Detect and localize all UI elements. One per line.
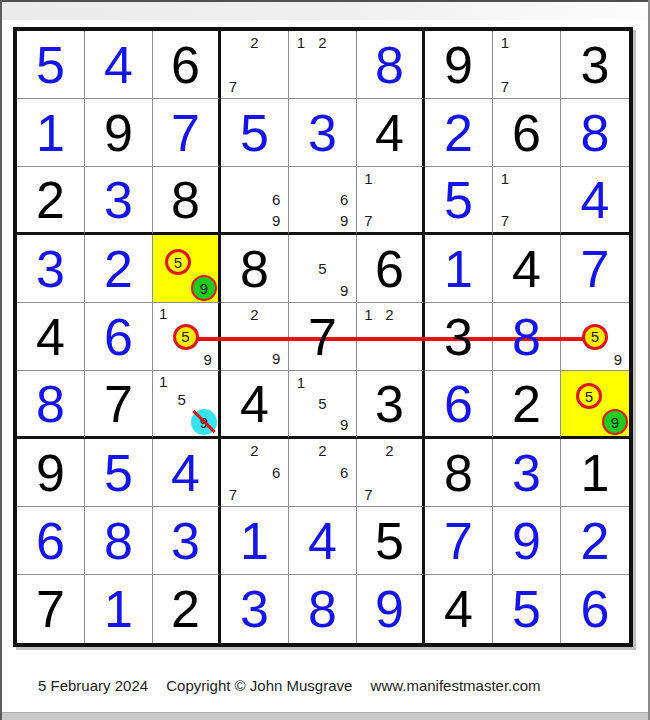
sudoku-cell-r2c8[interactable]: 6 — [493, 99, 561, 167]
sudoku-cell-r8c4[interactable]: 1 — [221, 507, 289, 575]
sudoku-cell-r8c9[interactable]: 2 — [561, 507, 629, 575]
sudoku-grid: 5462712891731975342682386969175174325985… — [13, 27, 633, 647]
sudoku-cell-r7c9[interactable]: 1 — [561, 439, 629, 507]
given-digit: 3 — [581, 33, 610, 97]
candidate-digit: 2 — [250, 307, 258, 322]
sudoku-cell-r9c6[interactable]: 9 — [357, 575, 425, 643]
candidate-digit: 7 — [501, 213, 509, 228]
pencil-marks: 159 — [154, 372, 217, 435]
given-digit: 4 — [375, 101, 404, 165]
sudoku-cell-r5c2[interactable]: 6 — [85, 303, 153, 371]
solved-digit: 5 — [36, 33, 65, 97]
solved-digit: 3 — [36, 237, 65, 301]
candidate-digit: 7 — [229, 487, 237, 502]
sudoku-cell-r2c4[interactable]: 5 — [221, 99, 289, 167]
sudoku-cell-r6c4[interactable]: 4 — [221, 371, 289, 439]
pencil-marks: 159 — [290, 372, 355, 435]
footer-copyright: Copyright © John Musgrave — [166, 677, 352, 694]
solved-digit: 3 — [171, 509, 200, 573]
window-top-bar — [2, 0, 648, 20]
sudoku-cell-r1c1[interactable]: 5 — [17, 31, 85, 99]
solved-digit: 5 — [512, 577, 541, 641]
solved-digit: 8 — [512, 305, 541, 369]
sudoku-cell-r7c5[interactable]: 26 — [289, 439, 357, 507]
sudoku-cell-r1c5[interactable]: 12 — [289, 31, 357, 99]
solved-digit: 4 — [171, 441, 200, 505]
sudoku-cell-r4c5[interactable]: 59 — [289, 235, 357, 303]
page: 5462712891731975342682386969175174325985… — [0, 0, 650, 720]
sudoku-cell-r8c3[interactable]: 3 — [153, 507, 221, 575]
sudoku-cell-r7c2[interactable]: 5 — [85, 439, 153, 507]
sudoku-cell-r6c1[interactable]: 8 — [17, 371, 85, 439]
solved-digit: 9 — [512, 509, 541, 573]
solved-digit: 2 — [104, 237, 133, 301]
candidate-digit: 2 — [250, 35, 258, 50]
sudoku-cell-r7c4[interactable]: 267 — [221, 439, 289, 507]
sudoku-cell-r9c3[interactable]: 2 — [153, 575, 221, 643]
green-circle-mark: 9 — [602, 409, 628, 435]
pencil-marks: 59 — [154, 236, 217, 301]
given-digit: 6 — [375, 237, 404, 301]
footer-date: 5 February 2024 — [38, 677, 148, 694]
solved-digit: 3 — [240, 577, 269, 641]
solved-digit: 7 — [444, 509, 473, 573]
candidate-digit: 9 — [340, 283, 348, 298]
given-digit: 9 — [36, 441, 65, 505]
green-circle-mark: 9 — [191, 275, 217, 301]
candidate-digit: 9 — [272, 213, 280, 228]
sudoku-cell-r2c1[interactable]: 1 — [17, 99, 85, 167]
cyan-strike-mark: 9 — [191, 409, 217, 435]
pencil-marks: 267 — [222, 440, 287, 505]
sudoku-cell-r6c8[interactable]: 2 — [493, 371, 561, 439]
pencil-marks: 17 — [494, 32, 559, 97]
candidate-digit: 5 — [318, 261, 326, 276]
sudoku-cell-r9c8[interactable]: 5 — [493, 575, 561, 643]
sudoku-cell-r9c1[interactable]: 7 — [17, 575, 85, 643]
given-digit: 1 — [581, 441, 610, 505]
sudoku-cell-r3c7[interactable]: 5 — [425, 167, 493, 235]
solved-digit: 1 — [240, 509, 269, 573]
given-digit: 9 — [104, 101, 133, 165]
footer: 5 February 2024 Copyright © John Musgrav… — [38, 677, 555, 694]
candidate-digit: 9 — [340, 213, 348, 228]
sudoku-cell-r8c2[interactable]: 8 — [85, 507, 153, 575]
sudoku-cell-r8c7[interactable]: 7 — [425, 507, 493, 575]
pencil-marks: 27 — [358, 440, 421, 505]
candidate-digit: 6 — [340, 192, 348, 207]
solved-digit: 5 — [240, 101, 269, 165]
sudoku-cell-r5c1[interactable]: 4 — [17, 303, 85, 371]
candidate-digit: 1 — [364, 307, 372, 322]
sudoku-cell-r3c1[interactable]: 2 — [17, 167, 85, 235]
sudoku-cell-r4c8[interactable]: 4 — [493, 235, 561, 303]
pencil-marks: 26 — [290, 440, 355, 505]
sudoku-cell-r7c7[interactable]: 8 — [425, 439, 493, 507]
sudoku-cell-r2c3[interactable]: 7 — [153, 99, 221, 167]
solved-digit: 9 — [375, 577, 404, 641]
solved-digit: 6 — [104, 305, 133, 369]
red-circle-mark: 5 — [165, 249, 191, 275]
sudoku-cell-r1c9[interactable]: 3 — [561, 31, 629, 99]
candidate-digit: 1 — [297, 35, 305, 50]
candidate-digit: 7 — [229, 79, 237, 94]
sudoku-cell-r4c1[interactable]: 3 — [17, 235, 85, 303]
sudoku-cell-r6c2[interactable]: 7 — [85, 371, 153, 439]
sudoku-cell-r3c9[interactable]: 4 — [561, 167, 629, 235]
sudoku-cell-r1c3[interactable]: 6 — [153, 31, 221, 99]
candidate-digit: 1 — [159, 306, 167, 321]
sudoku-cell-r4c6[interactable]: 6 — [357, 235, 425, 303]
sudoku-cell-r8c5[interactable]: 4 — [289, 507, 357, 575]
pencil-marks: 17 — [358, 168, 421, 231]
sudoku-cell-r1c8[interactable]: 17 — [493, 31, 561, 99]
sudoku-cell-r4c4[interactable]: 8 — [221, 235, 289, 303]
solved-digit: 7 — [171, 101, 200, 165]
solved-digit: 6 — [581, 577, 610, 641]
sudoku-cell-r6c6[interactable]: 3 — [357, 371, 425, 439]
solved-digit: 2 — [444, 101, 473, 165]
sudoku-cell-r4c3[interactable]: 59 — [153, 235, 221, 303]
given-digit: 7 — [308, 305, 337, 369]
sudoku-cell-r8c1[interactable]: 6 — [17, 507, 85, 575]
candidate-digit: 9 — [272, 351, 280, 366]
given-digit: 4 — [240, 372, 269, 436]
sudoku-cell-r6c5[interactable]: 159 — [289, 371, 357, 439]
given-digit: 4 — [36, 305, 65, 369]
solved-digit: 8 — [308, 577, 337, 641]
sudoku-cell-r4c9[interactable]: 7 — [561, 235, 629, 303]
red-circle-yellow-mark: 5 — [173, 324, 199, 350]
sudoku-cell-r8c8[interactable]: 9 — [493, 507, 561, 575]
pencil-marks: 59 — [290, 236, 355, 301]
candidate-digit: 6 — [272, 465, 280, 480]
sudoku-cell-r7c3[interactable]: 4 — [153, 439, 221, 507]
candidate-digit: 2 — [250, 443, 258, 458]
solved-digit: 1 — [36, 101, 65, 165]
candidate-digit: 1 — [159, 374, 167, 389]
sudoku-cell-r3c2[interactable]: 3 — [85, 167, 153, 235]
candidate-digit: 9 — [340, 417, 348, 432]
candidate-digit: 7 — [364, 487, 372, 502]
candidate-digit: 5 — [318, 396, 326, 411]
sudoku-cell-r9c4[interactable]: 3 — [221, 575, 289, 643]
candidate-digit: 2 — [385, 443, 393, 458]
solved-digit: 8 — [581, 101, 610, 165]
candidate-digit: 1 — [501, 35, 509, 50]
solved-digit: 3 — [104, 168, 133, 232]
given-digit: 7 — [104, 372, 133, 436]
sudoku-cell-r1c4[interactable]: 27 — [221, 31, 289, 99]
sudoku-cell-r2c7[interactable]: 2 — [425, 99, 493, 167]
sudoku-cell-r6c7[interactable]: 6 — [425, 371, 493, 439]
sudoku-cell-r9c9[interactable]: 6 — [561, 575, 629, 643]
sudoku-cell-r3c5[interactable]: 69 — [289, 167, 357, 235]
solved-digit: 3 — [512, 441, 541, 505]
given-digit: 8 — [444, 441, 473, 505]
sudoku-cell-r6c9[interactable]: 59 — [561, 371, 629, 439]
red-circle-yellow-mark: 5 — [582, 324, 608, 350]
given-digit: 7 — [36, 577, 65, 641]
solved-digit: 6 — [444, 372, 473, 436]
candidate-digit: 1 — [297, 375, 305, 390]
given-digit: 5 — [375, 509, 404, 573]
given-digit: 3 — [375, 372, 404, 436]
solved-digit: 3 — [308, 101, 337, 165]
solved-digit: 1 — [104, 577, 133, 641]
sudoku-cell-r3c8[interactable]: 17 — [493, 167, 561, 235]
footer-website: www.manifestmaster.com — [371, 677, 541, 694]
solved-digit: 8 — [375, 33, 404, 97]
candidate-digit: 5 — [178, 392, 186, 407]
sudoku-cell-r2c9[interactable]: 8 — [561, 99, 629, 167]
sudoku-cell-r9c2[interactable]: 1 — [85, 575, 153, 643]
candidate-digit: 6 — [340, 465, 348, 480]
given-digit: 4 — [444, 577, 473, 641]
candidate-digit: 2 — [385, 307, 393, 322]
sudoku-cell-r7c1[interactable]: 9 — [17, 439, 85, 507]
candidate-digit: 6 — [272, 192, 280, 207]
sudoku-cell-r3c6[interactable]: 17 — [357, 167, 425, 235]
sudoku-cell-r2c5[interactable]: 3 — [289, 99, 357, 167]
solved-digit: 6 — [36, 509, 65, 573]
candidate-digit: 9 — [614, 352, 622, 367]
solved-digit: 8 — [104, 509, 133, 573]
given-digit: 6 — [171, 33, 200, 97]
sudoku-cell-r1c2[interactable]: 4 — [85, 31, 153, 99]
given-digit: 3 — [444, 305, 473, 369]
candidate-digit: 9 — [204, 352, 212, 367]
solved-digit: 2 — [581, 509, 610, 573]
given-digit: 8 — [240, 237, 269, 301]
solved-digit: 7 — [581, 237, 610, 301]
solved-digit: 4 — [581, 168, 610, 232]
solved-digit: 8 — [36, 372, 65, 436]
given-digit: 9 — [444, 33, 473, 97]
candidate-digit: 7 — [364, 213, 372, 228]
sudoku-cell-r9c7[interactable]: 4 — [425, 575, 493, 643]
sudoku-cell-r6c3[interactable]: 159 — [153, 371, 221, 439]
solved-digit: 5 — [444, 168, 473, 232]
candidate-digit: 1 — [501, 171, 509, 186]
sudoku-cell-r1c7[interactable]: 9 — [425, 31, 493, 99]
sudoku-cell-r1c6[interactable]: 8 — [357, 31, 425, 99]
sudoku-cell-r4c2[interactable]: 2 — [85, 235, 153, 303]
solved-digit: 4 — [308, 509, 337, 573]
sudoku-cell-r3c3[interactable]: 8 — [153, 167, 221, 235]
solved-digit: 1 — [444, 237, 473, 301]
candidate-digit: 2 — [318, 443, 326, 458]
given-digit: 8 — [171, 168, 200, 232]
sudoku-cell-r9c5[interactable]: 8 — [289, 575, 357, 643]
pencil-marks: 17 — [494, 168, 559, 231]
given-digit: 2 — [512, 372, 541, 436]
solved-digit: 5 — [104, 441, 133, 505]
pencil-marks: 59 — [562, 372, 628, 435]
given-digit: 2 — [36, 168, 65, 232]
sudoku-cell-r7c8[interactable]: 3 — [493, 439, 561, 507]
sudoku-cell-r8c6[interactable]: 5 — [357, 507, 425, 575]
pencil-marks: 12 — [290, 32, 355, 97]
candidate-digit: 7 — [501, 79, 509, 94]
pencil-marks: 27 — [222, 32, 287, 97]
candidate-digit: 1 — [364, 171, 372, 186]
sudoku-cell-r2c6[interactable]: 4 — [357, 99, 425, 167]
pencil-marks: 69 — [222, 168, 287, 231]
sudoku-cell-r4c7[interactable]: 1 — [425, 235, 493, 303]
given-digit: 2 — [171, 577, 200, 641]
sudoku-cell-r2c2[interactable]: 9 — [85, 99, 153, 167]
red-circle-mark: 5 — [576, 383, 602, 409]
pencil-marks: 69 — [290, 168, 355, 231]
sudoku-cell-r7c6[interactable]: 27 — [357, 439, 425, 507]
given-digit: 4 — [512, 237, 541, 301]
solved-digit: 4 — [104, 33, 133, 97]
candidate-digit: 2 — [318, 35, 326, 50]
sudoku-cell-r3c4[interactable]: 69 — [221, 167, 289, 235]
given-digit: 6 — [512, 101, 541, 165]
horizontal-scrollbar[interactable] — [2, 712, 648, 720]
